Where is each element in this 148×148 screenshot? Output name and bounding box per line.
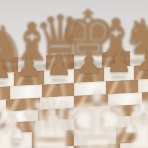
chess-set-photo: ♜♞♝♛♚♝♞♜♟♟♟♟♟♟♟♟♟♟♟♟♟♟♟♟♜♞♝♛♚♝♞♜ <box>0 0 148 148</box>
piece-white-bishop: ♝ <box>113 93 148 148</box>
piece-brown-pawn: ♟ <box>0 54 12 84</box>
piece-brown-pawn: ♟ <box>106 48 133 78</box>
piece-brown-pawn: ♟ <box>16 52 43 82</box>
piece-brown-pawn: ♟ <box>136 46 148 76</box>
